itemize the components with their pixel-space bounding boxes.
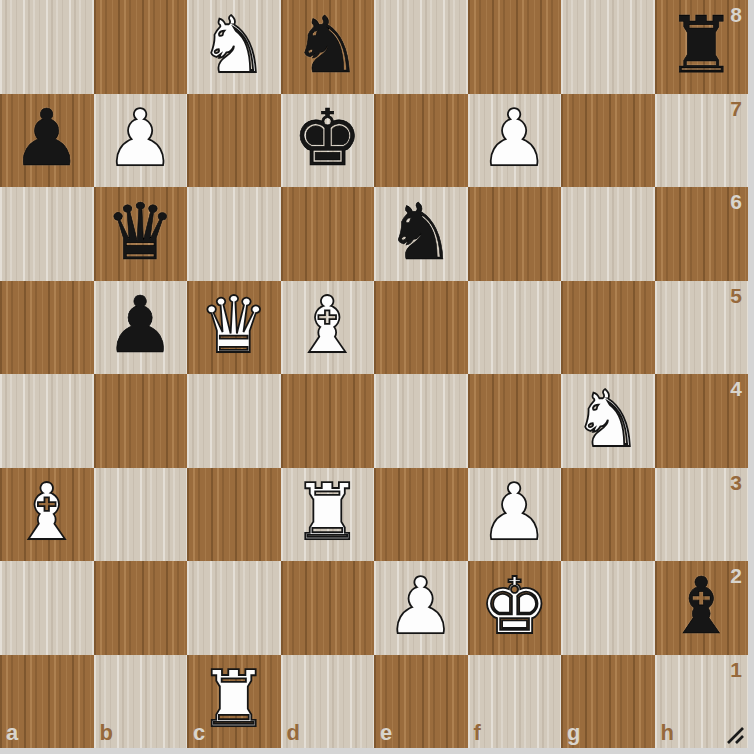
file-label-h: h [661, 720, 674, 746]
square-e5[interactable] [374, 281, 468, 375]
square-g8[interactable] [561, 0, 655, 94]
file-label-c: c [193, 720, 205, 746]
square-c6[interactable] [187, 187, 281, 281]
square-a3[interactable]: ♝ [0, 468, 94, 562]
square-g3[interactable] [561, 468, 655, 562]
black-pawn[interactable]: ♟ [12, 99, 82, 177]
rank-label-1: 1 [730, 658, 742, 682]
square-g4[interactable]: ♞ [561, 374, 655, 468]
square-f3[interactable]: ♟ [468, 468, 562, 562]
square-c3[interactable] [187, 468, 281, 562]
square-b8[interactable] [94, 0, 188, 94]
rank-label-7: 7 [730, 97, 742, 121]
black-knight[interactable]: ♞ [386, 193, 456, 271]
rank-label-4: 4 [730, 377, 742, 401]
square-h3[interactable]: 3 [655, 468, 749, 562]
board-resize-handle[interactable] [723, 723, 745, 745]
square-a2[interactable] [0, 561, 94, 655]
square-h2[interactable]: ♝2 [655, 561, 749, 655]
square-g2[interactable] [561, 561, 655, 655]
black-rook[interactable]: ♜ [666, 6, 736, 84]
rank-label-5: 5 [730, 284, 742, 308]
square-f6[interactable] [468, 187, 562, 281]
square-f5[interactable] [468, 281, 562, 375]
file-label-e: e [380, 720, 392, 746]
square-d3[interactable]: ♜ [281, 468, 375, 562]
square-b3[interactable] [94, 468, 188, 562]
square-g1[interactable]: g [561, 655, 655, 749]
square-e7[interactable] [374, 94, 468, 188]
square-f1[interactable]: f [468, 655, 562, 749]
white-rook[interactable]: ♜ [292, 473, 362, 551]
square-g5[interactable] [561, 281, 655, 375]
square-d7[interactable]: ♚ [281, 94, 375, 188]
square-c1[interactable]: ♜c [187, 655, 281, 749]
square-f2[interactable]: ♚ [468, 561, 562, 655]
square-d8[interactable]: ♞ [281, 0, 375, 94]
square-f8[interactable] [468, 0, 562, 94]
square-h4[interactable]: 4 [655, 374, 749, 468]
square-b2[interactable] [94, 561, 188, 655]
white-rook[interactable]: ♜ [199, 660, 269, 738]
square-f4[interactable] [468, 374, 562, 468]
square-h5[interactable]: 5 [655, 281, 749, 375]
square-a6[interactable] [0, 187, 94, 281]
square-h6[interactable]: 6 [655, 187, 749, 281]
square-g7[interactable] [561, 94, 655, 188]
square-a4[interactable] [0, 374, 94, 468]
square-h8[interactable]: ♜8 [655, 0, 749, 94]
square-c7[interactable] [187, 94, 281, 188]
square-f7[interactable]: ♟ [468, 94, 562, 188]
square-c8[interactable]: ♞ [187, 0, 281, 94]
black-queen[interactable]: ♛ [105, 193, 175, 271]
white-pawn[interactable]: ♟ [479, 99, 549, 177]
file-label-b: b [100, 720, 113, 746]
square-e6[interactable]: ♞ [374, 187, 468, 281]
square-e1[interactable]: e [374, 655, 468, 749]
rank-label-3: 3 [730, 471, 742, 495]
square-b5[interactable]: ♟ [94, 281, 188, 375]
chess-board[interactable]: ♞♞♜8♟♟♚♟7♛♞6♟♛♝5♞4♝♜♟3♟♚♝2ab♜cdefg1h [0, 0, 748, 748]
file-label-g: g [567, 720, 580, 746]
square-e2[interactable]: ♟ [374, 561, 468, 655]
square-e8[interactable] [374, 0, 468, 94]
white-knight[interactable]: ♞ [573, 380, 643, 458]
square-d4[interactable] [281, 374, 375, 468]
square-h7[interactable]: 7 [655, 94, 749, 188]
square-g6[interactable] [561, 187, 655, 281]
square-c5[interactable]: ♛ [187, 281, 281, 375]
square-a5[interactable] [0, 281, 94, 375]
square-a8[interactable] [0, 0, 94, 94]
file-label-d: d [287, 720, 300, 746]
square-c2[interactable] [187, 561, 281, 655]
square-c4[interactable] [187, 374, 281, 468]
black-bishop[interactable]: ♝ [666, 567, 736, 645]
square-a1[interactable]: a [0, 655, 94, 749]
black-pawn[interactable]: ♟ [105, 286, 175, 364]
white-knight[interactable]: ♞ [199, 6, 269, 84]
square-b7[interactable]: ♟ [94, 94, 188, 188]
square-b6[interactable]: ♛ [94, 187, 188, 281]
rank-label-6: 6 [730, 190, 742, 214]
white-pawn[interactable]: ♟ [386, 567, 456, 645]
square-d6[interactable] [281, 187, 375, 281]
square-d1[interactable]: d [281, 655, 375, 749]
black-knight[interactable]: ♞ [292, 6, 362, 84]
black-king[interactable]: ♚ [292, 99, 362, 177]
file-label-a: a [6, 720, 18, 746]
white-king[interactable]: ♚ [479, 567, 549, 645]
square-e3[interactable] [374, 468, 468, 562]
file-label-f: f [474, 720, 481, 746]
rank-label-8: 8 [730, 3, 742, 27]
white-queen[interactable]: ♛ [199, 286, 269, 364]
white-bishop[interactable]: ♝ [12, 473, 82, 551]
square-b4[interactable] [94, 374, 188, 468]
white-bishop[interactable]: ♝ [292, 286, 362, 364]
square-d5[interactable]: ♝ [281, 281, 375, 375]
square-d2[interactable] [281, 561, 375, 655]
white-pawn[interactable]: ♟ [105, 99, 175, 177]
square-e4[interactable] [374, 374, 468, 468]
square-a7[interactable]: ♟ [0, 94, 94, 188]
square-b1[interactable]: b [94, 655, 188, 749]
rank-label-2: 2 [730, 564, 742, 588]
white-pawn[interactable]: ♟ [479, 473, 549, 551]
